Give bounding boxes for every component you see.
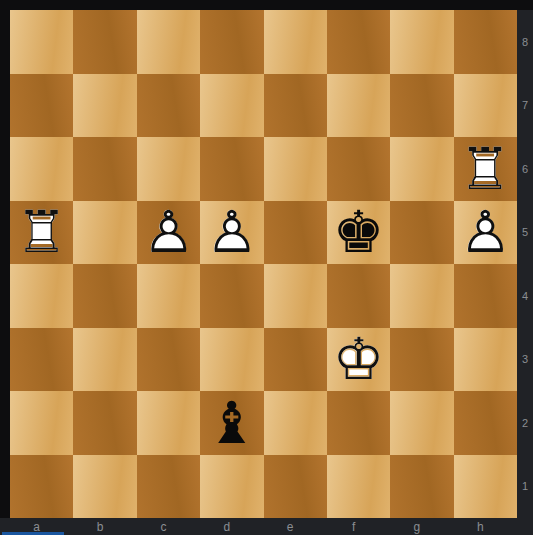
- board: ♜♖♜♖♟♙♟♙♚♟♙♚♔♝: [10, 10, 517, 518]
- chess-app: ♜♖♜♖♟♙♟♙♚♟♙♚♔♝ 87654321 abcdefgh: [0, 0, 533, 535]
- square-c8[interactable]: [137, 10, 200, 74]
- board-frame-left: [0, 0, 10, 518]
- square-g6[interactable]: [390, 137, 453, 201]
- square-b8[interactable]: [73, 10, 136, 74]
- square-g4[interactable]: [390, 264, 453, 328]
- square-b6[interactable]: [73, 137, 136, 201]
- square-f5[interactable]: ♚: [327, 201, 390, 265]
- rank-label-1: 1: [517, 455, 533, 519]
- file-label-c: c: [137, 518, 200, 535]
- square-e8[interactable]: [264, 10, 327, 74]
- square-f4[interactable]: [327, 264, 390, 328]
- black-bishop[interactable]: ♝: [200, 391, 263, 455]
- rook-glyph-outline: ♖: [10, 201, 73, 265]
- square-d4[interactable]: [200, 264, 263, 328]
- pawn-glyph-outline: ♙: [454, 201, 517, 265]
- white-pawn[interactable]: ♟♙: [137, 201, 200, 265]
- square-e7[interactable]: [264, 74, 327, 138]
- square-d8[interactable]: [200, 10, 263, 74]
- square-a3[interactable]: [10, 328, 73, 392]
- square-e6[interactable]: [264, 137, 327, 201]
- square-b4[interactable]: [73, 264, 136, 328]
- white-king[interactable]: ♚♔: [327, 328, 390, 392]
- square-f8[interactable]: [327, 10, 390, 74]
- file-label-f: f: [327, 518, 390, 535]
- square-f7[interactable]: [327, 74, 390, 138]
- file-label-g: g: [390, 518, 453, 535]
- square-a7[interactable]: [10, 74, 73, 138]
- square-a1[interactable]: [10, 455, 73, 519]
- square-f3[interactable]: ♚♔: [327, 328, 390, 392]
- rank-label-7: 7: [517, 74, 533, 138]
- square-b1[interactable]: [73, 455, 136, 519]
- rook-glyph-outline: ♖: [454, 137, 517, 201]
- square-c6[interactable]: [137, 137, 200, 201]
- pawn-glyph-outline: ♙: [137, 201, 200, 265]
- square-b3[interactable]: [73, 328, 136, 392]
- square-a8[interactable]: [10, 10, 73, 74]
- square-c4[interactable]: [137, 264, 200, 328]
- square-g7[interactable]: [390, 74, 453, 138]
- square-g3[interactable]: [390, 328, 453, 392]
- square-a2[interactable]: [10, 391, 73, 455]
- file-label-e: e: [264, 518, 327, 535]
- square-b2[interactable]: [73, 391, 136, 455]
- file-label-h: h: [454, 518, 517, 535]
- black-king[interactable]: ♚: [327, 201, 390, 265]
- white-rook[interactable]: ♜♖: [10, 201, 73, 265]
- rank-label-2: 2: [517, 391, 533, 455]
- square-c1[interactable]: [137, 455, 200, 519]
- square-g5[interactable]: [390, 201, 453, 265]
- square-d7[interactable]: [200, 74, 263, 138]
- rank-label-6: 6: [517, 137, 533, 201]
- square-c2[interactable]: [137, 391, 200, 455]
- square-h4[interactable]: [454, 264, 517, 328]
- rank-label-8: 8: [517, 10, 533, 74]
- square-d1[interactable]: [200, 455, 263, 519]
- square-g8[interactable]: [390, 10, 453, 74]
- rank-label-4: 4: [517, 264, 533, 328]
- square-c7[interactable]: [137, 74, 200, 138]
- square-f2[interactable]: [327, 391, 390, 455]
- square-d3[interactable]: [200, 328, 263, 392]
- square-a5[interactable]: ♜♖: [10, 201, 73, 265]
- king-glyph-outline: ♔: [327, 328, 390, 392]
- square-b5[interactable]: [73, 201, 136, 265]
- square-h1[interactable]: [454, 455, 517, 519]
- king-glyph-fill: ♚: [327, 201, 390, 265]
- white-pawn[interactable]: ♟♙: [454, 201, 517, 265]
- square-f1[interactable]: [327, 455, 390, 519]
- bishop-glyph-fill: ♝: [200, 391, 263, 455]
- square-f6[interactable]: [327, 137, 390, 201]
- rank-label-5: 5: [517, 201, 533, 265]
- file-label-d: d: [200, 518, 263, 535]
- square-h5[interactable]: ♟♙: [454, 201, 517, 265]
- pawn-glyph-outline: ♙: [200, 201, 263, 265]
- square-h6[interactable]: ♜♖: [454, 137, 517, 201]
- square-c5[interactable]: ♟♙: [137, 201, 200, 265]
- square-h7[interactable]: [454, 74, 517, 138]
- board-frame-top: [0, 0, 533, 10]
- square-h8[interactable]: [454, 10, 517, 74]
- square-b7[interactable]: [73, 74, 136, 138]
- square-d5[interactable]: ♟♙: [200, 201, 263, 265]
- square-h2[interactable]: [454, 391, 517, 455]
- square-c3[interactable]: [137, 328, 200, 392]
- file-coordinates: abcdefgh: [10, 518, 517, 535]
- rank-label-3: 3: [517, 328, 533, 392]
- rank-coordinates: 87654321: [517, 10, 533, 518]
- white-pawn[interactable]: ♟♙: [200, 201, 263, 265]
- file-label-b: b: [73, 518, 136, 535]
- square-g2[interactable]: [390, 391, 453, 455]
- square-h3[interactable]: [454, 328, 517, 392]
- square-e4[interactable]: [264, 264, 327, 328]
- square-e2[interactable]: [264, 391, 327, 455]
- square-e3[interactable]: [264, 328, 327, 392]
- square-a4[interactable]: [10, 264, 73, 328]
- square-e5[interactable]: [264, 201, 327, 265]
- square-d2[interactable]: ♝: [200, 391, 263, 455]
- square-e1[interactable]: [264, 455, 327, 519]
- square-g1[interactable]: [390, 455, 453, 519]
- white-rook[interactable]: ♜♖: [454, 137, 517, 201]
- square-a6[interactable]: [10, 137, 73, 201]
- square-d6[interactable]: [200, 137, 263, 201]
